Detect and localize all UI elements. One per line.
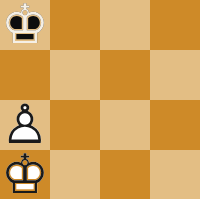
square-b8[interactable] [50,0,100,50]
square-c7[interactable] [100,50,150,100]
square-c6[interactable] [100,100,150,150]
square-c8[interactable] [100,0,150,50]
square-d5[interactable] [150,150,200,199]
square-b7[interactable] [50,50,100,100]
square-b6[interactable] [50,100,100,150]
square-c5[interactable] [100,150,150,199]
square-b5[interactable] [50,150,100,199]
chess-board: ♚♔♟♙♚♔ [0,0,200,199]
black-king[interactable]: ♚♔ [0,0,50,50]
square-d8[interactable] [150,0,200,50]
square-a8[interactable]: ♚♔ [0,0,50,50]
square-d7[interactable] [150,50,200,100]
black-king-outline-glyph: ♔ [0,0,50,50]
square-d6[interactable] [150,100,200,150]
white-king[interactable]: ♚♔ [0,150,50,199]
square-a5[interactable]: ♚♔ [0,150,50,199]
white-king-outline-glyph: ♔ [0,150,50,199]
